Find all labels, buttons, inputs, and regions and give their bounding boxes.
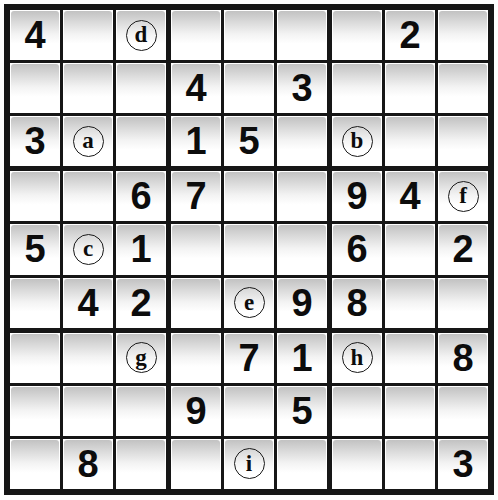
cell-bevel <box>333 387 381 435</box>
cell-bevel <box>386 225 434 273</box>
cell-r3c7[interactable]: b <box>332 116 382 166</box>
box-3: 2b <box>332 10 488 166</box>
cell-r4c5[interactable] <box>224 171 274 221</box>
cell-r7c9[interactable]: 8 <box>438 333 488 383</box>
cell-r7c8[interactable] <box>385 333 435 383</box>
cell-bevel <box>172 279 220 327</box>
cell-r1c4[interactable] <box>171 10 221 60</box>
given-digit: 6 <box>130 177 151 215</box>
given-digit: 1 <box>130 230 151 268</box>
cell-r8c3[interactable] <box>116 386 166 436</box>
given-digit: 7 <box>185 177 206 215</box>
cell-bevel <box>172 225 220 273</box>
cell-r7c1[interactable] <box>10 333 60 383</box>
cell-r1c8[interactable]: 2 <box>385 10 435 60</box>
cell-r3c1[interactable]: 3 <box>10 116 60 166</box>
cell-r1c7[interactable] <box>332 10 382 60</box>
cell-r5c8[interactable] <box>385 224 435 274</box>
given-digit: 4 <box>185 69 206 107</box>
cell-bevel <box>11 387 59 435</box>
cell-r6c6[interactable]: 9 <box>277 278 327 328</box>
cell-r8c9[interactable] <box>438 386 488 436</box>
given-digit: 4 <box>399 177 420 215</box>
box-5: 7e9 <box>171 171 327 327</box>
cell-bevel <box>225 387 273 435</box>
cell-r4c6[interactable] <box>277 171 327 221</box>
cell-bevel <box>11 440 59 488</box>
cell-r4c8[interactable]: 4 <box>385 171 435 221</box>
cell-bevel <box>64 64 112 112</box>
cell-bevel <box>64 334 112 382</box>
box-7: g8 <box>10 333 166 489</box>
cell-bevel <box>117 440 165 488</box>
box-1: 4d3a <box>10 10 166 166</box>
cell-r7c6[interactable]: 1 <box>277 333 327 383</box>
circle-label-b: b <box>342 126 373 157</box>
cell-r7c4[interactable] <box>171 333 221 383</box>
cell-r7c5[interactable]: 7 <box>224 333 274 383</box>
given-digit: 9 <box>291 284 312 322</box>
cell-bevel <box>278 11 326 59</box>
cell-r6c5[interactable]: e <box>224 278 274 328</box>
cell-bevel <box>117 387 165 435</box>
cell-r9c5[interactable]: i <box>224 439 274 489</box>
cell-bevel <box>172 334 220 382</box>
cell-r5c7[interactable]: 6 <box>332 224 382 274</box>
circle-label-f: f <box>448 181 479 212</box>
cell-r6c1[interactable] <box>10 278 60 328</box>
cell-r2c3[interactable] <box>116 63 166 113</box>
cell-r4c4[interactable]: 7 <box>171 171 221 221</box>
cell-bevel <box>278 440 326 488</box>
cell-r3c2[interactable]: a <box>63 116 113 166</box>
cell-r8c4[interactable]: 9 <box>171 386 221 436</box>
sudoku-board: 4d3a43152b65c1427e994f628g87195ih83 <box>4 4 494 495</box>
cell-r6c9[interactable] <box>438 278 488 328</box>
cell-r1c6[interactable] <box>277 10 327 60</box>
cell-r6c4[interactable] <box>171 278 221 328</box>
cell-r8c2[interactable] <box>63 386 113 436</box>
cell-bevel <box>11 279 59 327</box>
circle-label-g: g <box>126 342 157 373</box>
cell-bevel <box>172 11 220 59</box>
cell-r5c1[interactable]: 5 <box>10 224 60 274</box>
cell-r9c7[interactable] <box>332 439 382 489</box>
cell-r5c5[interactable] <box>224 224 274 274</box>
cell-r3c8[interactable] <box>385 116 435 166</box>
cell-r8c5[interactable] <box>224 386 274 436</box>
cell-bevel <box>225 11 273 59</box>
cell-bevel <box>11 64 59 112</box>
cell-r9c8[interactable] <box>385 439 435 489</box>
given-digit: 3 <box>291 69 312 107</box>
cell-r9c4[interactable] <box>171 439 221 489</box>
cell-r5c6[interactable] <box>277 224 327 274</box>
box-9: h83 <box>332 333 488 489</box>
cell-bevel <box>64 11 112 59</box>
cell-r6c3[interactable]: 2 <box>116 278 166 328</box>
circle-label-c: c <box>73 234 104 265</box>
given-digit: 2 <box>130 284 151 322</box>
cell-r7c2[interactable] <box>63 333 113 383</box>
circle-label-i: i <box>234 448 265 479</box>
cell-r1c2[interactable] <box>63 10 113 60</box>
cell-r9c2[interactable]: 8 <box>63 439 113 489</box>
box-6: 94f628 <box>332 171 488 327</box>
given-digit: 8 <box>77 445 98 483</box>
box-4: 65c142 <box>10 171 166 327</box>
given-digit: 4 <box>24 16 45 54</box>
cell-r3c3[interactable] <box>116 116 166 166</box>
cell-bevel <box>439 117 487 165</box>
cell-r4c2[interactable] <box>63 171 113 221</box>
cell-r2c5[interactable] <box>224 63 274 113</box>
cell-bevel <box>11 334 59 382</box>
given-digit: 7 <box>238 339 259 377</box>
cell-bevel <box>11 172 59 220</box>
cell-r2c9[interactable] <box>438 63 488 113</box>
cell-bevel <box>225 172 273 220</box>
cell-bevel <box>64 387 112 435</box>
cell-r4c1[interactable] <box>10 171 60 221</box>
circle-label-a: a <box>73 126 104 157</box>
given-digit: 9 <box>346 177 367 215</box>
cell-bevel <box>117 117 165 165</box>
cell-r4c7[interactable]: 9 <box>332 171 382 221</box>
cell-bevel <box>278 172 326 220</box>
cell-r8c8[interactable] <box>385 386 435 436</box>
cell-bevel <box>64 172 112 220</box>
cell-r8c7[interactable] <box>332 386 382 436</box>
cell-r1c9[interactable] <box>438 10 488 60</box>
cell-bevel <box>439 11 487 59</box>
cell-bevel <box>225 64 273 112</box>
cell-r5c9[interactable]: 2 <box>438 224 488 274</box>
cell-r9c3[interactable] <box>116 439 166 489</box>
cell-bevel <box>172 440 220 488</box>
cell-r1c1[interactable]: 4 <box>10 10 60 60</box>
box-8: 7195i <box>171 333 327 489</box>
given-digit: 4 <box>77 284 98 322</box>
cell-r7c3[interactable]: g <box>116 333 166 383</box>
cell-bevel <box>386 64 434 112</box>
cell-r6c8[interactable] <box>385 278 435 328</box>
cell-r1c3[interactable]: d <box>116 10 166 60</box>
cell-bevel <box>333 440 381 488</box>
cell-bevel <box>278 117 326 165</box>
cell-r5c2[interactable]: c <box>63 224 113 274</box>
given-digit: 6 <box>346 230 367 268</box>
cell-r3c9[interactable] <box>438 116 488 166</box>
given-digit: 8 <box>346 284 367 322</box>
cell-bevel <box>278 225 326 273</box>
cell-bevel <box>386 440 434 488</box>
given-digit: 3 <box>24 122 45 160</box>
cell-bevel <box>386 334 434 382</box>
cell-r6c7[interactable]: 8 <box>332 278 382 328</box>
cell-bevel <box>439 387 487 435</box>
cell-r6c2[interactable]: 4 <box>63 278 113 328</box>
given-digit: 1 <box>185 122 206 160</box>
cell-bevel <box>333 11 381 59</box>
cell-bevel <box>386 387 434 435</box>
given-digit: 1 <box>291 339 312 377</box>
cell-bevel <box>439 64 487 112</box>
cell-r9c6[interactable] <box>277 439 327 489</box>
given-digit: 3 <box>452 445 473 483</box>
cell-r8c1[interactable] <box>10 386 60 436</box>
cell-r3c6[interactable] <box>277 116 327 166</box>
cell-bevel <box>225 225 273 273</box>
given-digit: 5 <box>24 230 45 268</box>
cell-r4c3[interactable]: 6 <box>116 171 166 221</box>
circle-label-e: e <box>234 287 265 318</box>
given-digit: 5 <box>238 122 259 160</box>
cell-r4c9[interactable]: f <box>438 171 488 221</box>
cell-r3c4[interactable]: 1 <box>171 116 221 166</box>
given-digit: 8 <box>452 339 473 377</box>
cell-r2c7[interactable] <box>332 63 382 113</box>
cell-r2c4[interactable]: 4 <box>171 63 221 113</box>
cell-r9c9[interactable]: 3 <box>438 439 488 489</box>
cell-r9c1[interactable] <box>10 439 60 489</box>
box-2: 4315 <box>171 10 327 166</box>
cell-r8c6[interactable]: 5 <box>277 386 327 436</box>
cell-r1c5[interactable] <box>224 10 274 60</box>
cell-r2c8[interactable] <box>385 63 435 113</box>
given-digit: 9 <box>185 392 206 430</box>
circle-label-d: d <box>126 20 157 51</box>
cell-r2c2[interactable] <box>63 63 113 113</box>
cell-r2c6[interactable]: 3 <box>277 63 327 113</box>
given-digit: 2 <box>452 230 473 268</box>
sudoku-puzzle-page: 4d3a43152b65c1427e994f628g87195ih83 <box>0 0 498 500</box>
cell-r5c3[interactable]: 1 <box>116 224 166 274</box>
cell-r2c1[interactable] <box>10 63 60 113</box>
cell-r5c4[interactable] <box>171 224 221 274</box>
cell-bevel <box>386 279 434 327</box>
cell-r3c5[interactable]: 5 <box>224 116 274 166</box>
cell-bevel <box>439 279 487 327</box>
circle-label-h: h <box>342 342 373 373</box>
cell-bevel <box>117 64 165 112</box>
given-digit: 5 <box>291 392 312 430</box>
cell-bevel <box>333 64 381 112</box>
cell-bevel <box>386 117 434 165</box>
given-digit: 2 <box>399 16 420 54</box>
cell-r7c7[interactable]: h <box>332 333 382 383</box>
